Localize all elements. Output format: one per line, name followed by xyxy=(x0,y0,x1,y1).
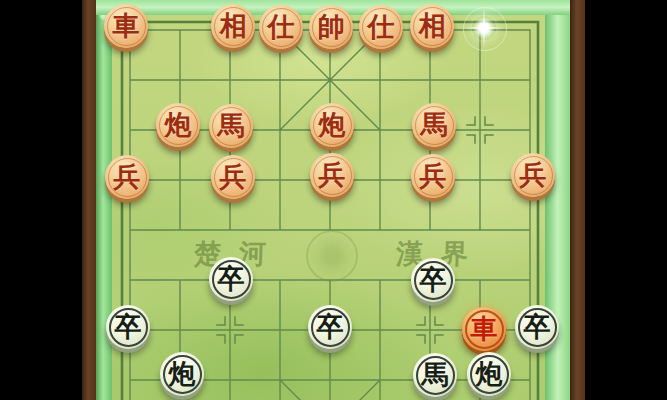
piece-black-soldier[interactable]: 卒 xyxy=(515,305,559,349)
piece-black-soldier[interactable]: 卒 xyxy=(209,257,253,301)
piece-glyph: 炮 xyxy=(169,352,196,396)
piece-black-cannon[interactable]: 炮 xyxy=(467,352,511,396)
piece-glyph: 兵 xyxy=(420,154,447,198)
piece-black-horse[interactable]: 馬 xyxy=(413,353,457,397)
piece-glyph: 馬 xyxy=(421,103,448,147)
piece-glyph: 相 xyxy=(220,4,247,48)
piece-red-soldier[interactable]: 兵 xyxy=(310,153,354,197)
piece-glyph: 兵 xyxy=(319,153,346,197)
piece-glyph: 卒 xyxy=(115,305,142,349)
piece-glyph: 馬 xyxy=(218,104,245,148)
piece-black-soldier[interactable]: 卒 xyxy=(308,305,352,349)
piece-glyph: 馬 xyxy=(422,353,449,397)
piece-glyph: 炮 xyxy=(476,352,503,396)
piece-black-cannon[interactable]: 炮 xyxy=(160,352,204,396)
piece-red-chariot[interactable]: 車 xyxy=(104,4,148,48)
piece-glyph: 炮 xyxy=(165,103,192,147)
piece-red-chariot[interactable]: 車 xyxy=(462,307,506,351)
piece-red-cannon[interactable]: 炮 xyxy=(156,103,200,147)
piece-red-advisor[interactable]: 仕 xyxy=(359,5,403,49)
piece-red-elephant[interactable]: 相 xyxy=(410,4,454,48)
piece-glyph: 車 xyxy=(113,4,140,48)
piece-glyph: 帥 xyxy=(318,5,345,49)
piece-glyph: 仕 xyxy=(368,5,395,49)
piece-red-horse[interactable]: 馬 xyxy=(412,103,456,147)
piece-glyph: 兵 xyxy=(520,153,547,197)
piece-glyph: 仕 xyxy=(268,5,295,49)
river-medallion-icon xyxy=(306,230,358,282)
piece-black-soldier[interactable]: 卒 xyxy=(411,258,455,302)
piece-glyph: 車 xyxy=(471,307,498,351)
piece-red-soldier[interactable]: 兵 xyxy=(411,154,455,198)
piece-glyph: 相 xyxy=(419,4,446,48)
piece-glyph: 兵 xyxy=(220,155,247,199)
piece-red-soldier[interactable]: 兵 xyxy=(105,155,149,199)
piece-red-cannon[interactable]: 炮 xyxy=(310,103,354,147)
piece-red-soldier[interactable]: 兵 xyxy=(211,155,255,199)
piece-black-soldier[interactable]: 卒 xyxy=(106,305,150,349)
piece-glyph: 卒 xyxy=(317,305,344,349)
piece-glyph: 卒 xyxy=(218,257,245,301)
piece-glyph: 卒 xyxy=(524,305,551,349)
piece-glyph: 卒 xyxy=(420,258,447,302)
piece-red-horse[interactable]: 馬 xyxy=(209,104,253,148)
piece-glyph: 兵 xyxy=(114,155,141,199)
piece-red-soldier[interactable]: 兵 xyxy=(511,153,555,197)
xiangqi-game-screen: 楚河 漢界 車相仕帥仕相炮馬炮馬兵兵兵兵兵車卒卒卒卒卒炮馬炮 xyxy=(0,0,667,400)
piece-red-general[interactable]: 帥 xyxy=(309,5,353,49)
sparkle-effect-icon xyxy=(472,16,496,40)
piece-red-elephant[interactable]: 相 xyxy=(211,4,255,48)
piece-glyph: 炮 xyxy=(319,103,346,147)
piece-red-advisor[interactable]: 仕 xyxy=(259,5,303,49)
